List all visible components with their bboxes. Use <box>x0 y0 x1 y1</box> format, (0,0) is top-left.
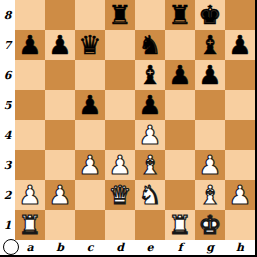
piece-white-bishop[interactable]: ♝ <box>138 150 161 180</box>
square-g1[interactable]: ♚ <box>195 210 225 240</box>
rank-label-3: 3 <box>0 150 15 180</box>
square-a5[interactable] <box>15 90 45 120</box>
rank-label-8: 8 <box>0 0 15 30</box>
piece-white-king[interactable]: ♚ <box>198 210 221 240</box>
piece-white-pawn[interactable]: ♟ <box>18 180 41 210</box>
square-d2[interactable]: ♛ <box>105 180 135 210</box>
piece-black-pawn[interactable]: ♟ <box>48 30 71 60</box>
piece-black-pawn[interactable]: ♟ <box>168 60 191 90</box>
piece-black-knight[interactable]: ♞ <box>138 30 161 60</box>
rank-labels: 87654321 <box>0 0 15 240</box>
rank-label-7: 7 <box>0 30 15 60</box>
piece-black-rook[interactable]: ♜ <box>168 0 191 30</box>
square-d7[interactable] <box>105 30 135 60</box>
square-f5[interactable] <box>165 90 195 120</box>
square-f7[interactable] <box>165 30 195 60</box>
square-d6[interactable] <box>105 60 135 90</box>
piece-white-bishop[interactable]: ♝ <box>198 180 221 210</box>
square-e4[interactable]: ♟ <box>135 120 165 150</box>
file-label-c: c <box>75 240 105 255</box>
square-e1[interactable] <box>135 210 165 240</box>
piece-white-pawn[interactable]: ♟ <box>228 180 251 210</box>
square-h7[interactable]: ♟ <box>225 30 255 60</box>
square-e6[interactable]: ♝ <box>135 60 165 90</box>
square-g8[interactable]: ♚ <box>195 0 225 30</box>
piece-black-rook[interactable]: ♜ <box>108 0 131 30</box>
piece-white-pawn[interactable]: ♟ <box>78 150 101 180</box>
square-c8[interactable] <box>75 0 105 30</box>
square-d5[interactable] <box>105 90 135 120</box>
square-h5[interactable] <box>225 90 255 120</box>
piece-white-knight[interactable]: ♞ <box>138 180 161 210</box>
square-c4[interactable] <box>75 120 105 150</box>
rank-label-2: 2 <box>0 180 15 210</box>
square-a6[interactable] <box>15 60 45 90</box>
file-label-h: h <box>225 240 255 255</box>
square-c6[interactable] <box>75 60 105 90</box>
file-label-f: f <box>165 240 195 255</box>
rank-label-4: 4 <box>0 120 15 150</box>
square-a4[interactable] <box>15 120 45 150</box>
square-f4[interactable] <box>165 120 195 150</box>
square-h6[interactable] <box>225 60 255 90</box>
square-a1[interactable]: ♜ <box>15 210 45 240</box>
square-g7[interactable]: ♝ <box>195 30 225 60</box>
square-f6[interactable]: ♟ <box>165 60 195 90</box>
piece-white-pawn[interactable]: ♟ <box>198 150 221 180</box>
square-e3[interactable]: ♝ <box>135 150 165 180</box>
piece-white-rook[interactable]: ♜ <box>168 210 191 240</box>
square-c2[interactable] <box>75 180 105 210</box>
square-f2[interactable] <box>165 180 195 210</box>
square-f8[interactable]: ♜ <box>165 0 195 30</box>
file-labels: abcdefgh <box>15 240 255 255</box>
white-to-move-indicator <box>3 239 19 255</box>
square-d8[interactable]: ♜ <box>105 0 135 30</box>
square-h1[interactable] <box>225 210 255 240</box>
square-a2[interactable]: ♟ <box>15 180 45 210</box>
piece-black-king[interactable]: ♚ <box>198 0 221 30</box>
piece-white-rook[interactable]: ♜ <box>18 210 41 240</box>
square-g5[interactable] <box>195 90 225 120</box>
piece-black-pawn[interactable]: ♟ <box>198 60 221 90</box>
piece-black-pawn[interactable]: ♟ <box>18 30 41 60</box>
rank-label-1: 1 <box>0 210 15 240</box>
square-h8[interactable] <box>225 0 255 30</box>
file-label-a: a <box>15 240 45 255</box>
square-c5[interactable]: ♟ <box>75 90 105 120</box>
square-b2[interactable]: ♟ <box>45 180 75 210</box>
square-g3[interactable]: ♟ <box>195 150 225 180</box>
square-b3[interactable] <box>45 150 75 180</box>
square-b6[interactable] <box>45 60 75 90</box>
piece-black-bishop[interactable]: ♝ <box>198 30 221 60</box>
piece-white-pawn[interactable]: ♟ <box>138 120 161 150</box>
file-label-e: e <box>135 240 165 255</box>
square-f3[interactable] <box>165 150 195 180</box>
square-b7[interactable]: ♟ <box>45 30 75 60</box>
square-e2[interactable]: ♞ <box>135 180 165 210</box>
square-a3[interactable] <box>15 150 45 180</box>
square-g6[interactable]: ♟ <box>195 60 225 90</box>
square-c3[interactable]: ♟ <box>75 150 105 180</box>
square-c1[interactable] <box>75 210 105 240</box>
square-d1[interactable] <box>105 210 135 240</box>
piece-white-pawn[interactable]: ♟ <box>108 150 131 180</box>
square-e5[interactable]: ♟ <box>135 90 165 120</box>
rank-label-5: 5 <box>0 90 15 120</box>
square-d4[interactable] <box>105 120 135 150</box>
square-h3[interactable] <box>225 150 255 180</box>
file-label-d: d <box>105 240 135 255</box>
square-a7[interactable]: ♟ <box>15 30 45 60</box>
piece-white-pawn[interactable]: ♟ <box>48 180 71 210</box>
square-d3[interactable]: ♟ <box>105 150 135 180</box>
rank-label-6: 6 <box>0 60 15 90</box>
square-e8[interactable] <box>135 0 165 30</box>
square-h2[interactable]: ♟ <box>225 180 255 210</box>
square-h4[interactable] <box>225 120 255 150</box>
square-b8[interactable] <box>45 0 75 30</box>
piece-black-bishop[interactable]: ♝ <box>138 60 161 90</box>
square-g2[interactable]: ♝ <box>195 180 225 210</box>
chess-diagram: 87654321 ♜♜♚♟♟♛♞♝♟♝♟♟♟♟♟♟♟♝♟♟♟♛♞♝♟♜♜♚ ab… <box>0 0 257 257</box>
file-label-g: g <box>195 240 225 255</box>
chess-board[interactable]: ♜♜♚♟♟♛♞♝♟♝♟♟♟♟♟♟♟♝♟♟♟♛♞♝♟♜♜♚ <box>15 0 255 240</box>
square-b1[interactable] <box>45 210 75 240</box>
square-a8[interactable] <box>15 0 45 30</box>
piece-black-pawn[interactable]: ♟ <box>138 90 161 120</box>
square-c7[interactable]: ♛ <box>75 30 105 60</box>
file-label-b: b <box>45 240 75 255</box>
piece-black-queen[interactable]: ♛ <box>78 30 101 60</box>
piece-black-pawn[interactable]: ♟ <box>228 30 251 60</box>
piece-black-pawn[interactable]: ♟ <box>78 90 101 120</box>
square-b5[interactable] <box>45 90 75 120</box>
square-b4[interactable] <box>45 120 75 150</box>
square-f1[interactable]: ♜ <box>165 210 195 240</box>
square-e7[interactable]: ♞ <box>135 30 165 60</box>
square-g4[interactable] <box>195 120 225 150</box>
piece-white-queen[interactable]: ♛ <box>108 180 131 210</box>
